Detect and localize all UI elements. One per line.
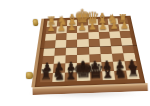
chess-board: ♜♞♝♚♛♝♞♜♟♟♟♟♟♟♟♟♟♟♟♟♟♟♟♟♜♞♝♚♛♝♞♜ bbox=[31, 16, 145, 87]
piece-white-pawn: ♟ bbox=[57, 23, 66, 33]
piece-cell: ♟ bbox=[108, 25, 119, 32]
piece-cell: ♝ bbox=[102, 71, 115, 81]
piece-cell: ♟ bbox=[56, 26, 67, 33]
piece-white-pawn: ♟ bbox=[109, 21, 118, 31]
brass-clasp-icon bbox=[26, 72, 33, 79]
piece-black-bishop: ♝ bbox=[100, 63, 116, 79]
piece-white-pawn: ♟ bbox=[78, 23, 87, 33]
product-photo: ♜♞♝♚♛♝♞♜♟♟♟♟♟♟♟♟♟♟♟♟♟♟♟♟♜♞♝♚♛♝♞♜ bbox=[0, 0, 150, 106]
piece-cell: ♝ bbox=[65, 72, 78, 82]
piece-cell: ♜ bbox=[126, 70, 140, 80]
piece-black-rook: ♜ bbox=[40, 69, 52, 82]
piece-black-rook: ♜ bbox=[127, 66, 139, 79]
piece-black-knight: ♞ bbox=[114, 65, 128, 80]
chess-board-wrapper: ♜♞♝♚♛♝♞♜♟♟♟♟♟♟♟♟♟♟♟♟♟♟♟♟♜♞♝♚♛♝♞♜ bbox=[37, 0, 137, 97]
piece-cell: ♟ bbox=[98, 25, 109, 32]
piece-white-pawn: ♟ bbox=[46, 24, 55, 34]
brass-hinge-icon bbox=[33, 19, 39, 27]
piece-cell: ♟ bbox=[46, 27, 57, 34]
piece-white-pawn: ♟ bbox=[99, 22, 108, 32]
piece-cell: ♟ bbox=[77, 26, 88, 33]
board-near-side-face bbox=[32, 83, 147, 95]
piece-cell: ♟ bbox=[118, 24, 130, 31]
piece-white-pawn: ♟ bbox=[120, 21, 129, 31]
chess-pieces-layer: ♜♞♝♚♛♝♞♜♟♟♟♟♟♟♟♟♟♟♟♟♟♟♟♟♜♞♝♚♛♝♞♜ bbox=[40, 18, 140, 83]
piece-cell: ♞ bbox=[114, 70, 128, 80]
piece-cell: ♟ bbox=[88, 25, 99, 32]
piece-white-pawn: ♟ bbox=[88, 22, 97, 32]
piece-black-bishop: ♝ bbox=[63, 65, 79, 81]
piece-cell: ♟ bbox=[67, 26, 78, 33]
piece-white-pawn: ♟ bbox=[67, 23, 76, 33]
piece-cell: ♜ bbox=[40, 73, 53, 83]
